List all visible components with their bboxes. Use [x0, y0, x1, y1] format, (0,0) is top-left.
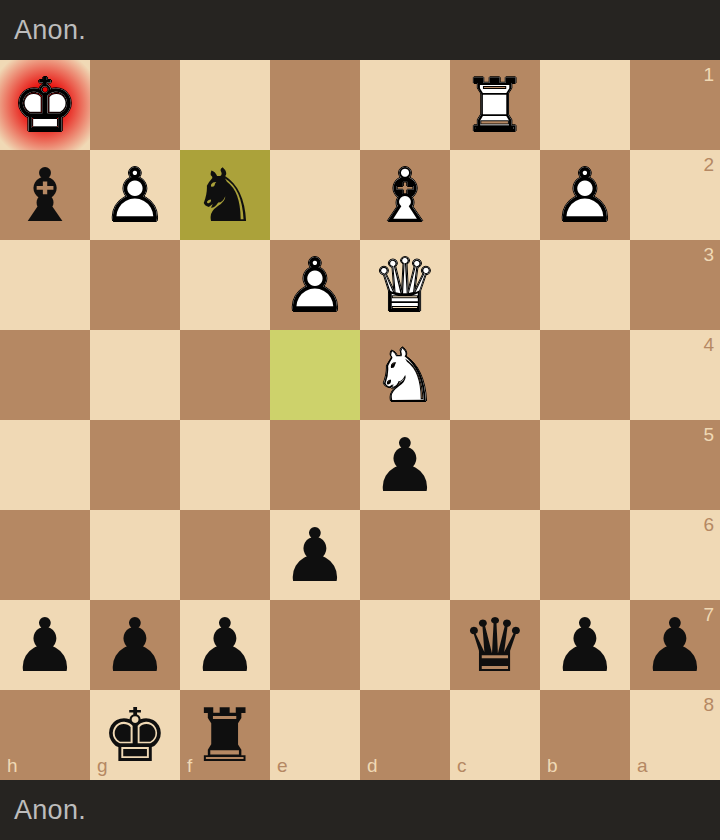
file-label-c: c: [457, 755, 467, 777]
rank-label-8: 8: [703, 694, 714, 716]
square-e4[interactable]: [270, 330, 360, 420]
file-label-d: d: [367, 755, 378, 777]
square-g2[interactable]: ♟︎♙︎: [90, 150, 180, 240]
black-pawn[interactable]: ♟︎: [0, 600, 90, 690]
square-g7[interactable]: ♟︎: [90, 600, 180, 690]
square-d2[interactable]: ♝︎♗︎: [360, 150, 450, 240]
square-e3[interactable]: ♟︎♙︎: [270, 240, 360, 330]
square-h2[interactable]: ♝︎: [0, 150, 90, 240]
square-b7[interactable]: ♟︎: [540, 600, 630, 690]
square-a8[interactable]: 8a: [630, 690, 720, 780]
square-f8[interactable]: ♜︎f: [180, 690, 270, 780]
square-e5[interactable]: [270, 420, 360, 510]
square-a1[interactable]: 1: [630, 60, 720, 150]
file-label-h: h: [7, 755, 18, 777]
square-e1[interactable]: [270, 60, 360, 150]
rank-label-5: 5: [703, 424, 714, 446]
bottom-player-bar: Anon.: [0, 780, 720, 840]
square-e6[interactable]: ♟︎: [270, 510, 360, 600]
black-bishop[interactable]: ♝︎: [0, 150, 90, 240]
square-c2[interactable]: [450, 150, 540, 240]
square-f4[interactable]: [180, 330, 270, 420]
file-label-a: a: [637, 755, 648, 777]
square-a5[interactable]: 5: [630, 420, 720, 510]
square-e2[interactable]: [270, 150, 360, 240]
square-c7[interactable]: ♛︎: [450, 600, 540, 690]
black-pawn[interactable]: ♟︎: [540, 600, 630, 690]
square-a4[interactable]: 4: [630, 330, 720, 420]
square-d7[interactable]: [360, 600, 450, 690]
file-label-b: b: [547, 755, 558, 777]
top-player-name: Anon.: [14, 15, 86, 46]
square-c5[interactable]: [450, 420, 540, 510]
square-b3[interactable]: [540, 240, 630, 330]
square-h8[interactable]: h: [0, 690, 90, 780]
rank-label-6: 6: [703, 514, 714, 536]
square-c1[interactable]: ♜︎♖︎: [450, 60, 540, 150]
square-g3[interactable]: [90, 240, 180, 330]
square-c6[interactable]: [450, 510, 540, 600]
square-f1[interactable]: [180, 60, 270, 150]
white-rook[interactable]: ♜︎♖︎: [450, 60, 540, 150]
white-pawn[interactable]: ♟︎♙︎: [270, 240, 360, 330]
square-g6[interactable]: [90, 510, 180, 600]
white-knight[interactable]: ♞︎♘︎: [360, 330, 450, 420]
square-b5[interactable]: [540, 420, 630, 510]
square-c3[interactable]: [450, 240, 540, 330]
file-label-f: f: [187, 755, 192, 777]
square-f6[interactable]: [180, 510, 270, 600]
rank-label-2: 2: [703, 154, 714, 176]
file-label-g: g: [97, 755, 108, 777]
lichess-game-view: Anon. ♚︎♔︎♜︎♖︎1♝︎♟︎♙︎♞︎♝︎♗︎♟︎♙︎2♟︎♙︎♛︎♕︎…: [0, 0, 720, 840]
rank-label-3: 3: [703, 244, 714, 266]
square-d8[interactable]: d: [360, 690, 450, 780]
square-h3[interactable]: [0, 240, 90, 330]
square-f5[interactable]: [180, 420, 270, 510]
white-bishop[interactable]: ♝︎♗︎: [360, 150, 450, 240]
file-label-e: e: [277, 755, 288, 777]
square-b6[interactable]: [540, 510, 630, 600]
bottom-player-name: Anon.: [14, 795, 86, 826]
square-g1[interactable]: [90, 60, 180, 150]
square-h4[interactable]: [0, 330, 90, 420]
square-d6[interactable]: [360, 510, 450, 600]
white-king[interactable]: ♚︎♔︎: [0, 60, 90, 150]
chess-board: ♚︎♔︎♜︎♖︎1♝︎♟︎♙︎♞︎♝︎♗︎♟︎♙︎2♟︎♙︎♛︎♕︎3♞︎♘︎4…: [0, 60, 720, 780]
white-pawn[interactable]: ♟︎♙︎: [90, 150, 180, 240]
square-g4[interactable]: [90, 330, 180, 420]
white-queen[interactable]: ♛︎♕︎: [360, 240, 450, 330]
square-b2[interactable]: ♟︎♙︎: [540, 150, 630, 240]
square-g8[interactable]: ♚︎g: [90, 690, 180, 780]
rank-label-7: 7: [703, 604, 714, 626]
square-c4[interactable]: [450, 330, 540, 420]
rank-label-4: 4: [703, 334, 714, 356]
square-f7[interactable]: ♟︎: [180, 600, 270, 690]
black-knight[interactable]: ♞︎: [180, 150, 270, 240]
black-rook[interactable]: ♜︎: [180, 690, 270, 780]
square-b1[interactable]: [540, 60, 630, 150]
square-a6[interactable]: 6: [630, 510, 720, 600]
square-a2[interactable]: 2: [630, 150, 720, 240]
square-h6[interactable]: [0, 510, 90, 600]
square-f2[interactable]: ♞︎: [180, 150, 270, 240]
square-d3[interactable]: ♛︎♕︎: [360, 240, 450, 330]
square-h1[interactable]: ♚︎♔︎: [0, 60, 90, 150]
square-c8[interactable]: c: [450, 690, 540, 780]
black-pawn[interactable]: ♟︎: [90, 600, 180, 690]
square-h5[interactable]: [0, 420, 90, 510]
square-d4[interactable]: ♞︎♘︎: [360, 330, 450, 420]
square-e8[interactable]: e: [270, 690, 360, 780]
black-queen[interactable]: ♛︎: [450, 600, 540, 690]
square-b4[interactable]: [540, 330, 630, 420]
black-pawn[interactable]: ♟︎: [180, 600, 270, 690]
black-pawn[interactable]: ♟︎: [360, 420, 450, 510]
rank-label-1: 1: [703, 64, 714, 86]
top-player-bar: Anon.: [0, 0, 720, 60]
white-pawn[interactable]: ♟︎♙︎: [540, 150, 630, 240]
square-g5[interactable]: [90, 420, 180, 510]
square-h7[interactable]: ♟︎: [0, 600, 90, 690]
square-e7[interactable]: [270, 600, 360, 690]
square-f3[interactable]: [180, 240, 270, 330]
black-pawn[interactable]: ♟︎: [270, 510, 360, 600]
square-b8[interactable]: b: [540, 690, 630, 780]
square-d5[interactable]: ♟︎: [360, 420, 450, 510]
square-d1[interactable]: [360, 60, 450, 150]
square-a7[interactable]: ♟︎7: [630, 600, 720, 690]
square-a3[interactable]: 3: [630, 240, 720, 330]
